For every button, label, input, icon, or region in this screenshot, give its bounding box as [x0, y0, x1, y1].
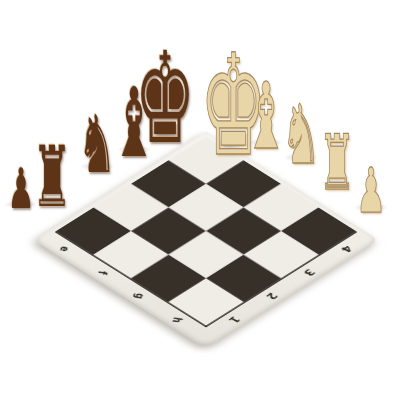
- light-pawn: ♟: [339, 160, 400, 222]
- product-photo: efgh 4321 ♟♜♞♝♚♚♝♞♜♟: [0, 0, 400, 400]
- dark-king: ♚: [133, 36, 198, 162]
